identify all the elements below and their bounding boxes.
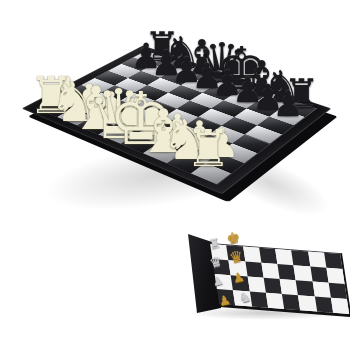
product-photo-chess-set: ♜♞♝♛♚♝♞♜♟♟♟♟♟♟♟♟♟♟♟♟♟♟♟♟♜♞♝♛♚♝♞♜♜♚♛♛♟♟♟♞ (0, 0, 350, 350)
inset-square (328, 283, 347, 299)
inset-square (331, 298, 350, 314)
folded-board-squares (210, 244, 349, 314)
open-chess-board (9, 0, 344, 218)
inset-square (326, 268, 345, 284)
inset-square (324, 253, 343, 269)
folded-board-inset (182, 226, 350, 322)
folded-board-flat-half (210, 243, 350, 317)
board-frame (22, 45, 332, 194)
